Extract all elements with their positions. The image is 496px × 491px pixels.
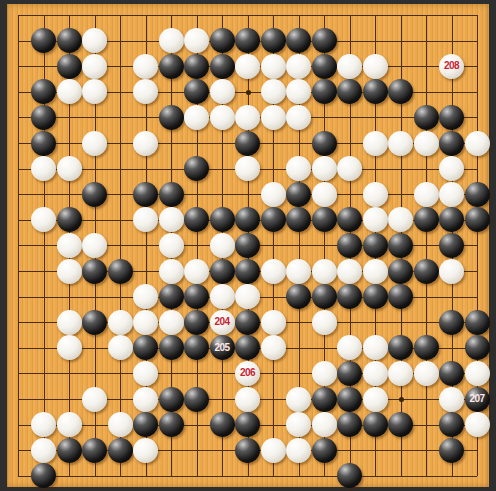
black-stone xyxy=(235,259,260,284)
white-stone xyxy=(108,412,133,437)
black-stone xyxy=(184,284,209,309)
black-stone xyxy=(337,207,362,232)
black-stone xyxy=(439,412,464,437)
black-stone xyxy=(337,463,362,488)
black-stone xyxy=(337,361,362,386)
black-stone xyxy=(159,335,184,360)
black-stone xyxy=(210,54,235,79)
white-stone xyxy=(312,259,337,284)
white-stone xyxy=(261,438,286,463)
black-stone xyxy=(286,284,311,309)
white-stone xyxy=(363,131,388,156)
black-stone xyxy=(312,207,337,232)
black-stone xyxy=(31,28,56,53)
black-stone xyxy=(337,284,362,309)
black-stone xyxy=(261,28,286,53)
move-204-stone: 204 xyxy=(210,310,235,335)
hoshi-star-point xyxy=(399,397,404,402)
black-stone xyxy=(235,131,260,156)
white-stone xyxy=(159,259,184,284)
black-stone xyxy=(184,207,209,232)
white-stone xyxy=(439,182,464,207)
white-stone xyxy=(31,207,56,232)
hoshi-star-point xyxy=(246,90,251,95)
black-stone xyxy=(159,412,184,437)
black-stone xyxy=(31,79,56,104)
white-stone xyxy=(363,361,388,386)
black-stone xyxy=(184,335,209,360)
white-stone xyxy=(388,207,413,232)
black-stone xyxy=(184,310,209,335)
black-stone xyxy=(57,438,82,463)
move-number-label: 206 xyxy=(240,368,255,378)
white-stone xyxy=(337,156,362,181)
black-stone xyxy=(388,233,413,258)
white-stone xyxy=(363,207,388,232)
white-stone xyxy=(439,259,464,284)
white-stone xyxy=(133,54,158,79)
white-stone xyxy=(133,131,158,156)
white-stone xyxy=(286,79,311,104)
black-stone xyxy=(261,207,286,232)
white-stone xyxy=(261,310,286,335)
black-stone xyxy=(286,28,311,53)
white-stone xyxy=(261,182,286,207)
white-stone xyxy=(337,259,362,284)
black-stone xyxy=(388,259,413,284)
white-stone xyxy=(337,335,362,360)
white-stone xyxy=(210,284,235,309)
black-stone xyxy=(184,54,209,79)
black-stone xyxy=(439,233,464,258)
white-stone xyxy=(312,412,337,437)
white-stone xyxy=(312,361,337,386)
black-stone xyxy=(235,28,260,53)
white-stone xyxy=(363,335,388,360)
black-stone xyxy=(337,79,362,104)
white-stone xyxy=(108,310,133,335)
black-stone xyxy=(184,156,209,181)
black-stone xyxy=(414,259,439,284)
black-stone xyxy=(312,438,337,463)
black-stone xyxy=(439,207,464,232)
white-stone xyxy=(31,438,56,463)
black-stone xyxy=(465,335,490,360)
black-stone xyxy=(439,361,464,386)
black-stone xyxy=(159,387,184,412)
white-stone xyxy=(133,207,158,232)
black-stone xyxy=(439,438,464,463)
white-stone xyxy=(363,259,388,284)
white-stone xyxy=(235,156,260,181)
black-stone xyxy=(235,310,260,335)
white-stone xyxy=(82,54,107,79)
white-stone xyxy=(337,54,362,79)
move-number-label: 208 xyxy=(444,61,459,71)
white-stone xyxy=(388,131,413,156)
black-stone xyxy=(82,438,107,463)
white-stone xyxy=(210,233,235,258)
white-stone xyxy=(82,233,107,258)
black-stone xyxy=(235,207,260,232)
grid-line-vertical xyxy=(426,15,427,476)
white-stone xyxy=(286,105,311,130)
white-stone xyxy=(57,79,82,104)
white-stone xyxy=(133,387,158,412)
goban: 208204205206207 xyxy=(7,4,489,487)
white-stone xyxy=(388,361,413,386)
white-stone xyxy=(363,182,388,207)
black-stone xyxy=(82,259,107,284)
black-stone xyxy=(235,335,260,360)
black-stone xyxy=(133,412,158,437)
move-205-stone: 205 xyxy=(210,335,235,360)
move-number-label: 204 xyxy=(214,317,229,327)
black-stone xyxy=(363,284,388,309)
black-stone xyxy=(439,131,464,156)
white-stone xyxy=(57,156,82,181)
white-stone xyxy=(465,412,490,437)
black-stone xyxy=(414,207,439,232)
white-stone xyxy=(133,361,158,386)
white-stone xyxy=(184,259,209,284)
black-stone xyxy=(210,28,235,53)
white-stone xyxy=(261,105,286,130)
white-stone xyxy=(439,156,464,181)
white-stone xyxy=(159,28,184,53)
black-stone xyxy=(363,412,388,437)
white-stone xyxy=(414,131,439,156)
white-stone xyxy=(286,438,311,463)
black-stone xyxy=(184,387,209,412)
black-stone xyxy=(235,412,260,437)
black-stone xyxy=(388,284,413,309)
black-stone xyxy=(133,182,158,207)
white-stone xyxy=(82,28,107,53)
white-stone xyxy=(235,105,260,130)
black-stone xyxy=(57,54,82,79)
white-stone xyxy=(133,438,158,463)
white-stone xyxy=(439,387,464,412)
white-stone xyxy=(159,310,184,335)
black-stone xyxy=(210,207,235,232)
black-stone xyxy=(184,79,209,104)
black-stone xyxy=(312,54,337,79)
white-stone xyxy=(286,387,311,412)
white-stone xyxy=(31,412,56,437)
white-stone xyxy=(159,233,184,258)
black-stone xyxy=(235,438,260,463)
go-board-grid[interactable]: 208204205206207 xyxy=(18,15,477,476)
white-stone xyxy=(286,259,311,284)
black-stone xyxy=(82,182,107,207)
white-stone xyxy=(235,54,260,79)
white-stone xyxy=(261,259,286,284)
white-stone xyxy=(235,387,260,412)
black-stone xyxy=(108,438,133,463)
black-stone xyxy=(439,105,464,130)
black-stone xyxy=(465,182,490,207)
white-stone xyxy=(235,284,260,309)
white-stone xyxy=(57,259,82,284)
black-stone xyxy=(388,412,413,437)
white-stone xyxy=(184,105,209,130)
black-stone xyxy=(82,310,107,335)
white-stone xyxy=(133,79,158,104)
black-stone xyxy=(57,207,82,232)
white-stone xyxy=(159,207,184,232)
black-stone xyxy=(210,412,235,437)
white-stone xyxy=(82,387,107,412)
white-stone xyxy=(261,79,286,104)
white-stone xyxy=(133,310,158,335)
black-stone xyxy=(312,79,337,104)
black-stone xyxy=(159,284,184,309)
white-stone xyxy=(57,233,82,258)
black-stone xyxy=(439,310,464,335)
black-stone xyxy=(388,79,413,104)
black-stone xyxy=(337,233,362,258)
white-stone xyxy=(286,156,311,181)
white-stone xyxy=(363,387,388,412)
white-stone xyxy=(414,361,439,386)
white-stone xyxy=(82,79,107,104)
black-stone xyxy=(286,207,311,232)
black-stone xyxy=(388,335,413,360)
white-stone xyxy=(210,79,235,104)
white-stone xyxy=(312,182,337,207)
move-number-label: 207 xyxy=(469,394,484,404)
black-stone xyxy=(31,463,56,488)
grid-line-horizontal xyxy=(18,476,477,477)
black-stone xyxy=(235,233,260,258)
move-number-label: 205 xyxy=(214,343,229,353)
white-stone xyxy=(82,131,107,156)
black-stone xyxy=(337,387,362,412)
black-stone xyxy=(363,233,388,258)
white-stone xyxy=(210,105,235,130)
black-stone xyxy=(312,28,337,53)
black-stone xyxy=(108,259,133,284)
black-stone xyxy=(159,105,184,130)
white-stone xyxy=(465,131,490,156)
black-stone xyxy=(312,131,337,156)
white-stone xyxy=(133,284,158,309)
move-208-stone: 208 xyxy=(439,54,464,79)
black-stone xyxy=(363,79,388,104)
black-stone xyxy=(31,105,56,130)
white-stone xyxy=(184,28,209,53)
white-stone xyxy=(261,335,286,360)
white-stone xyxy=(312,310,337,335)
white-stone xyxy=(57,310,82,335)
black-stone xyxy=(57,28,82,53)
white-stone xyxy=(465,361,490,386)
white-stone xyxy=(312,156,337,181)
black-stone xyxy=(31,131,56,156)
white-stone xyxy=(108,335,133,360)
white-stone xyxy=(31,156,56,181)
white-stone xyxy=(286,54,311,79)
white-stone xyxy=(414,182,439,207)
move-207-stone: 207 xyxy=(465,387,490,412)
screenshot-stage: 208204205206207 xyxy=(0,0,496,491)
white-stone xyxy=(261,54,286,79)
black-stone xyxy=(337,412,362,437)
black-stone xyxy=(210,259,235,284)
white-stone xyxy=(286,412,311,437)
black-stone xyxy=(414,335,439,360)
black-stone xyxy=(286,182,311,207)
black-stone xyxy=(133,335,158,360)
move-206-stone: 206 xyxy=(235,361,260,386)
black-stone xyxy=(465,310,490,335)
black-stone xyxy=(414,105,439,130)
black-stone xyxy=(312,387,337,412)
black-stone xyxy=(159,182,184,207)
black-stone xyxy=(465,207,490,232)
white-stone xyxy=(57,335,82,360)
black-stone xyxy=(312,284,337,309)
white-stone xyxy=(57,412,82,437)
black-stone xyxy=(159,54,184,79)
white-stone xyxy=(363,54,388,79)
